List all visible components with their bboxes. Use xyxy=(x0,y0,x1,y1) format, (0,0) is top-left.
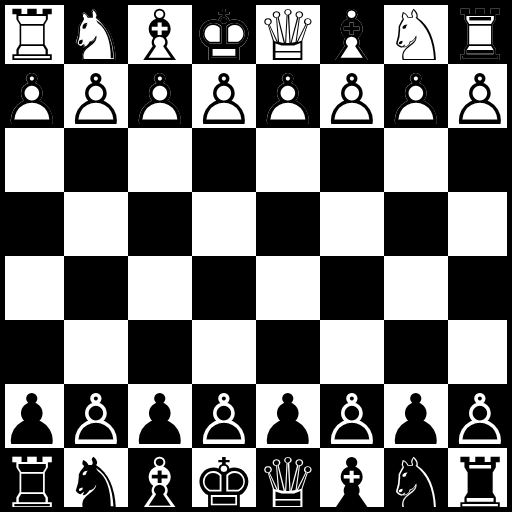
square-g1[interactable]: ♞♘ xyxy=(64,0,128,64)
square-f3[interactable] xyxy=(128,128,192,192)
black-bishop: ♝♗ xyxy=(128,452,192,512)
square-g4[interactable] xyxy=(64,192,128,256)
square-b1[interactable]: ♞♘ xyxy=(384,0,448,64)
square-b2[interactable]: ♟♙ xyxy=(384,64,448,128)
square-f6[interactable] xyxy=(128,320,192,384)
square-g6[interactable] xyxy=(64,320,128,384)
black-bishop: ♝♗ xyxy=(320,452,384,512)
square-c8[interactable]: ♝♗ xyxy=(320,448,384,512)
square-f4[interactable] xyxy=(128,192,192,256)
square-a2[interactable]: ♟♙ xyxy=(448,64,512,128)
square-g5[interactable] xyxy=(64,256,128,320)
square-c1[interactable]: ♝♗ xyxy=(320,0,384,64)
white-pawn: ♟♙ xyxy=(256,68,320,132)
square-h2[interactable]: ♟♙ xyxy=(0,64,64,128)
white-pawn: ♟♙ xyxy=(192,68,256,132)
square-b5[interactable] xyxy=(384,256,448,320)
square-e5[interactable] xyxy=(192,256,256,320)
square-d2[interactable]: ♟♙ xyxy=(256,64,320,128)
square-c2[interactable]: ♟♙ xyxy=(320,64,384,128)
square-a7[interactable]: ♟♙ xyxy=(448,384,512,448)
square-h5[interactable] xyxy=(0,256,64,320)
piece-glyph-detail: ♙ xyxy=(64,68,128,132)
piece-glyph-detail: ♘ xyxy=(384,452,448,512)
square-f5[interactable] xyxy=(128,256,192,320)
white-pawn: ♟♙ xyxy=(64,68,128,132)
square-e1[interactable]: ♚♔ xyxy=(192,0,256,64)
square-h8[interactable]: ♜♖ xyxy=(0,448,64,512)
square-f7[interactable]: ♟♙ xyxy=(128,384,192,448)
square-c6[interactable] xyxy=(320,320,384,384)
piece-glyph-detail: ♙ xyxy=(320,68,384,132)
square-b4[interactable] xyxy=(384,192,448,256)
piece-glyph-detail: ♙ xyxy=(128,68,192,132)
square-c7[interactable]: ♟♙ xyxy=(320,384,384,448)
chess-board-wrapper: ♜♖♞♘♝♗♚♔♛♕♝♗♞♘♜♖♟♙♟♙♟♙♟♙♟♙♟♙♟♙♟♙♟♙♟♙♟♙♟♙… xyxy=(0,0,512,512)
square-g3[interactable] xyxy=(64,128,128,192)
square-e3[interactable] xyxy=(192,128,256,192)
square-b6[interactable] xyxy=(384,320,448,384)
square-d4[interactable] xyxy=(256,192,320,256)
square-g7[interactable]: ♟♙ xyxy=(64,384,128,448)
square-f2[interactable]: ♟♙ xyxy=(128,64,192,128)
black-rook: ♜♖ xyxy=(448,452,512,512)
square-g2[interactable]: ♟♙ xyxy=(64,64,128,128)
square-h3[interactable] xyxy=(0,128,64,192)
piece-glyph-detail: ♗ xyxy=(128,452,192,512)
square-d7[interactable]: ♟♙ xyxy=(256,384,320,448)
piece-glyph-detail: ♙ xyxy=(256,68,320,132)
square-a1[interactable]: ♜♖ xyxy=(448,0,512,64)
piece-glyph-fill: ♜ xyxy=(448,452,512,512)
square-g8[interactable]: ♞♘ xyxy=(64,448,128,512)
square-b3[interactable] xyxy=(384,128,448,192)
black-knight: ♞♘ xyxy=(384,452,448,512)
square-a6[interactable] xyxy=(448,320,512,384)
white-pawn: ♟♙ xyxy=(128,68,192,132)
square-a3[interactable] xyxy=(448,128,512,192)
black-queen: ♛♕ xyxy=(256,452,320,512)
square-e7[interactable]: ♟♙ xyxy=(192,384,256,448)
square-c3[interactable] xyxy=(320,128,384,192)
square-a4[interactable] xyxy=(448,192,512,256)
piece-glyph-detail: ♙ xyxy=(0,68,64,132)
square-d5[interactable] xyxy=(256,256,320,320)
piece-glyph-detail: ♙ xyxy=(192,68,256,132)
square-d1[interactable]: ♛♕ xyxy=(256,0,320,64)
square-h7[interactable]: ♟♙ xyxy=(0,384,64,448)
square-d8[interactable]: ♛♕ xyxy=(256,448,320,512)
square-d3[interactable] xyxy=(256,128,320,192)
white-pawn: ♟♙ xyxy=(0,68,64,132)
piece-glyph-detail: ♖ xyxy=(0,452,64,512)
square-c4[interactable] xyxy=(320,192,384,256)
piece-glyph-fill: ♝ xyxy=(320,452,384,512)
black-knight: ♞♘ xyxy=(64,452,128,512)
black-king: ♚♔ xyxy=(192,452,256,512)
square-f8[interactable]: ♝♗ xyxy=(128,448,192,512)
square-b7[interactable]: ♟♙ xyxy=(384,384,448,448)
piece-glyph-detail: ♙ xyxy=(384,68,448,132)
piece-glyph-fill: ♞ xyxy=(64,452,128,512)
square-e4[interactable] xyxy=(192,192,256,256)
piece-glyph-detail: ♕ xyxy=(256,452,320,512)
square-e2[interactable]: ♟♙ xyxy=(192,64,256,128)
square-b8[interactable]: ♞♘ xyxy=(384,448,448,512)
square-e8[interactable]: ♚♔ xyxy=(192,448,256,512)
square-h6[interactable] xyxy=(0,320,64,384)
piece-glyph-detail: ♙ xyxy=(448,68,512,132)
piece-glyph-fill: ♚ xyxy=(192,452,256,512)
square-a8[interactable]: ♜♖ xyxy=(448,448,512,512)
white-pawn: ♟♙ xyxy=(448,68,512,132)
chess-board: ♜♖♞♘♝♗♚♔♛♕♝♗♞♘♜♖♟♙♟♙♟♙♟♙♟♙♟♙♟♙♟♙♟♙♟♙♟♙♟♙… xyxy=(0,0,512,512)
square-h1[interactable]: ♜♖ xyxy=(0,0,64,64)
square-f1[interactable]: ♝♗ xyxy=(128,0,192,64)
square-d6[interactable] xyxy=(256,320,320,384)
square-e6[interactable] xyxy=(192,320,256,384)
square-a5[interactable] xyxy=(448,256,512,320)
white-pawn: ♟♙ xyxy=(384,68,448,132)
square-h4[interactable] xyxy=(0,192,64,256)
square-c5[interactable] xyxy=(320,256,384,320)
black-rook: ♜♖ xyxy=(0,452,64,512)
white-pawn: ♟♙ xyxy=(320,68,384,132)
